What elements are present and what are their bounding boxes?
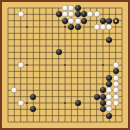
black-stone-c16-r15[interactable]	[100, 94, 106, 100]
white-stone-c12-r3[interactable]	[75, 18, 81, 24]
black-stone-c12-r1[interactable]	[75, 5, 81, 11]
black-stone-c15-r15[interactable]	[94, 94, 100, 100]
white-stone-c18-r12[interactable]	[113, 75, 119, 81]
white-stone-c18-r15[interactable]	[113, 94, 119, 100]
star-point	[26, 102, 28, 104]
black-stone-c10-r3[interactable]	[62, 18, 68, 24]
black-stone-c13-r3[interactable]	[81, 18, 87, 24]
star-point	[26, 64, 28, 66]
white-stone-c3-r10[interactable]	[18, 62, 24, 68]
white-stone-c18-r10[interactable]	[113, 62, 119, 68]
black-stone-c16-r3[interactable]	[100, 18, 106, 24]
go-board[interactable]	[2, 2, 128, 128]
white-stone-c18-r16[interactable]	[113, 100, 119, 106]
black-stone-c18-r3[interactable]	[113, 18, 119, 24]
last-move-marker	[115, 20, 117, 22]
black-stone-c12-r16[interactable]	[75, 100, 81, 106]
black-stone-c12-r4[interactable]	[75, 24, 81, 30]
star-point	[26, 26, 28, 28]
white-stone-c3-r16[interactable]	[18, 100, 24, 106]
white-stone-c18-r13[interactable]	[113, 81, 119, 87]
star-point	[64, 64, 66, 66]
star-point	[102, 64, 104, 66]
star-point	[64, 102, 66, 104]
white-stone-c15-r4[interactable]	[94, 24, 100, 30]
go-app-window	[0, 0, 130, 130]
star-point	[64, 26, 66, 28]
